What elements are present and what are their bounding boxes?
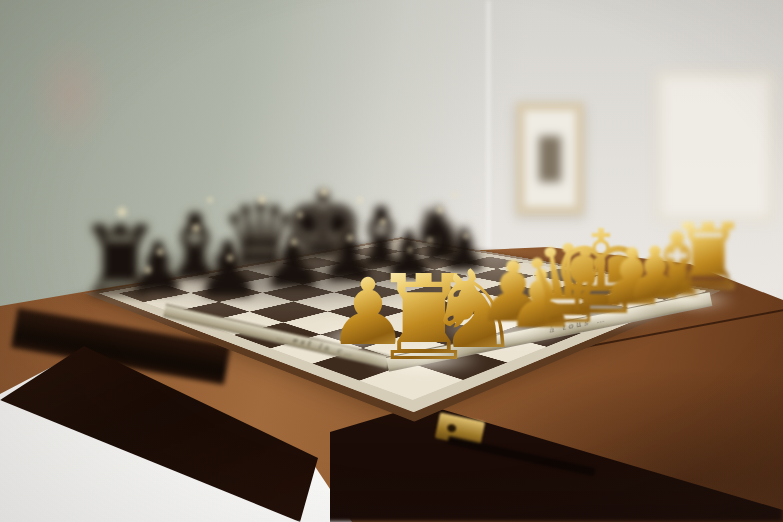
bokeh-glint xyxy=(345,233,355,243)
framed-artwork xyxy=(539,136,561,182)
bokeh-glint xyxy=(435,205,445,215)
picture-frame xyxy=(516,102,584,215)
bokeh-glint xyxy=(318,186,330,198)
piece-gold-rook: ♜ xyxy=(667,212,749,304)
bokeh-glint xyxy=(406,246,414,254)
bokeh-glint xyxy=(190,222,202,234)
bokeh-glint xyxy=(378,217,388,227)
bokeh-glint xyxy=(115,205,129,219)
bokeh-glint xyxy=(356,196,364,204)
bokeh-glint xyxy=(462,232,470,240)
bokeh-glint xyxy=(296,211,304,219)
bokeh-glint xyxy=(155,247,165,257)
bokeh-glint xyxy=(256,194,268,206)
bokeh-glint xyxy=(426,236,434,244)
bokeh-glint xyxy=(225,253,235,263)
bokeh-glint xyxy=(206,196,214,204)
faint-picture-frame xyxy=(656,72,774,222)
bokeh-glint xyxy=(289,237,299,247)
hinge-pin xyxy=(446,423,456,433)
bokeh-glint xyxy=(452,192,458,198)
bokeh-glint xyxy=(143,265,153,275)
photo-stage: … est la c… à tous … ♜♟♝♟♛♟♚♟♝♟♞♟♟♜♞♟♟♛♚… xyxy=(0,0,783,522)
